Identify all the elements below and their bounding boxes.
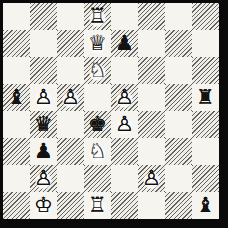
piece-black-bishop: ♝ <box>3 84 30 111</box>
square-e3 <box>111 138 138 165</box>
square-d8: ♖ <box>84 3 111 30</box>
square-g7 <box>165 30 192 57</box>
square-e4: ♙ <box>111 111 138 138</box>
square-c2 <box>57 165 84 192</box>
square-f4 <box>138 111 165 138</box>
square-d2 <box>84 165 111 192</box>
square-d5 <box>84 84 111 111</box>
piece-white-pawn: ♙ <box>30 165 57 192</box>
square-h5: ♜ <box>192 84 219 111</box>
square-e8 <box>111 3 138 30</box>
square-c4 <box>57 111 84 138</box>
piece-black-rook: ♜ <box>192 84 219 111</box>
square-d4: ♚ <box>84 111 111 138</box>
square-f8 <box>138 3 165 30</box>
square-b8 <box>30 3 57 30</box>
square-g1 <box>165 192 192 219</box>
square-c8 <box>57 3 84 30</box>
square-f7 <box>138 30 165 57</box>
square-c7 <box>57 30 84 57</box>
square-g5 <box>165 84 192 111</box>
square-b4: ♛ <box>30 111 57 138</box>
square-g2 <box>165 165 192 192</box>
square-f2: ♙ <box>138 165 165 192</box>
square-g3 <box>165 138 192 165</box>
piece-white-knight: ♘ <box>84 138 111 165</box>
square-b3: ♟ <box>30 138 57 165</box>
square-a1 <box>3 192 30 219</box>
piece-black-bishop: ♝ <box>192 192 219 219</box>
square-h2 <box>192 165 219 192</box>
square-e5: ♙ <box>111 84 138 111</box>
square-a4 <box>3 111 30 138</box>
piece-white-pawn: ♙ <box>30 84 57 111</box>
square-h8 <box>192 3 219 30</box>
square-c3 <box>57 138 84 165</box>
square-f5 <box>138 84 165 111</box>
square-d7: ♕ <box>84 30 111 57</box>
square-a5: ♝ <box>3 84 30 111</box>
square-b1: ♔ <box>30 192 57 219</box>
square-a7 <box>3 30 30 57</box>
piece-black-queen: ♛ <box>30 111 57 138</box>
square-c5: ♙ <box>57 84 84 111</box>
square-e6 <box>111 57 138 84</box>
square-d3: ♘ <box>84 138 111 165</box>
square-e7: ♟ <box>111 30 138 57</box>
square-b2: ♙ <box>30 165 57 192</box>
square-a8 <box>3 3 30 30</box>
square-d6: ♘ <box>84 57 111 84</box>
square-g8 <box>165 3 192 30</box>
square-b7 <box>30 30 57 57</box>
square-e1 <box>111 192 138 219</box>
piece-white-queen: ♕ <box>84 30 111 57</box>
square-b6 <box>30 57 57 84</box>
piece-white-pawn: ♙ <box>138 165 165 192</box>
square-h4 <box>192 111 219 138</box>
square-h3 <box>192 138 219 165</box>
square-c1 <box>57 192 84 219</box>
square-g6 <box>165 57 192 84</box>
square-a6 <box>3 57 30 84</box>
square-a2 <box>3 165 30 192</box>
piece-white-rook: ♖ <box>84 192 111 219</box>
piece-black-king: ♚ <box>84 111 111 138</box>
square-c6 <box>57 57 84 84</box>
square-f1 <box>138 192 165 219</box>
square-g4 <box>165 111 192 138</box>
chess-board: ♖♕♟♘♝♙♙♙♜♛♚♙♟♘♙♙♔♖♝ <box>3 3 219 219</box>
piece-black-pawn: ♟ <box>30 138 57 165</box>
square-e2 <box>111 165 138 192</box>
piece-white-pawn: ♙ <box>111 111 138 138</box>
piece-white-king: ♔ <box>30 192 57 219</box>
piece-black-pawn: ♟ <box>111 30 138 57</box>
square-a3 <box>3 138 30 165</box>
piece-white-rook: ♖ <box>84 3 111 30</box>
square-h6 <box>192 57 219 84</box>
square-h7 <box>192 30 219 57</box>
square-d1: ♖ <box>84 192 111 219</box>
square-b5: ♙ <box>30 84 57 111</box>
square-f6 <box>138 57 165 84</box>
piece-white-pawn: ♙ <box>57 84 84 111</box>
piece-white-knight: ♘ <box>84 57 111 84</box>
square-f3 <box>138 138 165 165</box>
square-h1: ♝ <box>192 192 219 219</box>
diagram-frame: ♖♕♟♘♝♙♙♙♜♛♚♙♟♘♙♙♔♖♝ <box>0 0 228 228</box>
piece-white-pawn: ♙ <box>111 84 138 111</box>
